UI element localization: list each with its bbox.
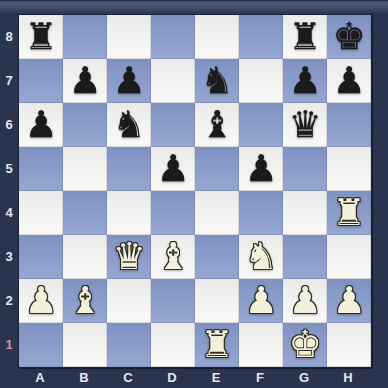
square-f7[interactable]: [239, 59, 283, 103]
board-frame-top-highlight: [0, 0, 388, 14]
piece-white-knight[interactable]: ♞: [244, 238, 277, 275]
square-c6[interactable]: ♞: [107, 103, 151, 147]
square-b8[interactable]: [63, 15, 107, 59]
piece-white-rook[interactable]: ♜: [332, 194, 365, 231]
piece-black-pawn[interactable]: ♟: [288, 62, 321, 99]
piece-black-pawn[interactable]: ♟: [244, 150, 277, 187]
square-g7[interactable]: ♟: [283, 59, 327, 103]
square-f8[interactable]: [239, 15, 283, 59]
piece-white-pawn[interactable]: ♟: [24, 282, 57, 319]
file-label-e: E: [194, 366, 238, 388]
piece-white-rook[interactable]: ♜: [200, 326, 233, 363]
piece-black-pawn[interactable]: ♟: [112, 62, 145, 99]
file-label-f: F: [238, 366, 282, 388]
square-d2[interactable]: [151, 279, 195, 323]
square-d6[interactable]: [151, 103, 195, 147]
square-h3[interactable]: [327, 235, 371, 279]
square-f4[interactable]: [239, 191, 283, 235]
square-a1[interactable]: [19, 323, 63, 367]
chess-board[interactable]: ♜♜♚♟♟♞♟♟♟♞♝♛♟♟♜♛♝♞♟♝♟♟♟♜♚: [18, 14, 372, 368]
square-h8[interactable]: ♚: [327, 15, 371, 59]
rank-label-4: 4: [0, 190, 18, 234]
piece-black-pawn[interactable]: ♟: [332, 62, 365, 99]
file-label-g: G: [282, 366, 326, 388]
square-h5[interactable]: [327, 147, 371, 191]
rank-labels: 87654321: [0, 14, 18, 366]
piece-black-knight[interactable]: ♞: [112, 106, 145, 143]
piece-black-bishop[interactable]: ♝: [200, 106, 233, 143]
square-e8[interactable]: [195, 15, 239, 59]
square-c2[interactable]: [107, 279, 151, 323]
square-g3[interactable]: [283, 235, 327, 279]
piece-white-king[interactable]: ♚: [288, 326, 321, 363]
square-g2[interactable]: ♟: [283, 279, 327, 323]
square-d5[interactable]: ♟: [151, 147, 195, 191]
square-e2[interactable]: [195, 279, 239, 323]
piece-black-knight[interactable]: ♞: [200, 62, 233, 99]
piece-black-queen[interactable]: ♛: [288, 106, 321, 143]
piece-black-rook[interactable]: ♜: [24, 18, 57, 55]
square-c1[interactable]: [107, 323, 151, 367]
square-a2[interactable]: ♟: [19, 279, 63, 323]
square-a7[interactable]: [19, 59, 63, 103]
square-h4[interactable]: ♜: [327, 191, 371, 235]
square-g4[interactable]: [283, 191, 327, 235]
square-h2[interactable]: ♟: [327, 279, 371, 323]
square-a4[interactable]: [19, 191, 63, 235]
rank-label-5: 5: [0, 146, 18, 190]
rank-label-8: 8: [0, 14, 18, 58]
square-g1[interactable]: ♚: [283, 323, 327, 367]
piece-black-rook[interactable]: ♜: [288, 18, 321, 55]
rank-label-2: 2: [0, 278, 18, 322]
chess-board-window: 87654321 ♜♜♚♟♟♞♟♟♟♞♝♛♟♟♜♛♝♞♟♝♟♟♟♜♚ ABCDE…: [0, 0, 388, 388]
square-c7[interactable]: ♟: [107, 59, 151, 103]
square-d4[interactable]: [151, 191, 195, 235]
square-f3[interactable]: ♞: [239, 235, 283, 279]
square-c5[interactable]: [107, 147, 151, 191]
file-label-d: D: [150, 366, 194, 388]
square-g8[interactable]: ♜: [283, 15, 327, 59]
piece-black-pawn[interactable]: ♟: [68, 62, 101, 99]
piece-black-pawn[interactable]: ♟: [24, 106, 57, 143]
piece-black-pawn[interactable]: ♟: [156, 150, 189, 187]
square-g5[interactable]: [283, 147, 327, 191]
piece-white-queen[interactable]: ♛: [112, 238, 145, 275]
square-f6[interactable]: [239, 103, 283, 147]
square-c3[interactable]: ♛: [107, 235, 151, 279]
square-d3[interactable]: ♝: [151, 235, 195, 279]
square-b3[interactable]: [63, 235, 107, 279]
square-e1[interactable]: ♜: [195, 323, 239, 367]
square-d7[interactable]: [151, 59, 195, 103]
square-g6[interactable]: ♛: [283, 103, 327, 147]
square-h1[interactable]: [327, 323, 371, 367]
piece-white-pawn[interactable]: ♟: [288, 282, 321, 319]
square-f5[interactable]: ♟: [239, 147, 283, 191]
square-f2[interactable]: ♟: [239, 279, 283, 323]
square-d1[interactable]: [151, 323, 195, 367]
rank-label-7: 7: [0, 58, 18, 102]
square-d8[interactable]: [151, 15, 195, 59]
square-a5[interactable]: [19, 147, 63, 191]
square-b5[interactable]: [63, 147, 107, 191]
square-a6[interactable]: ♟: [19, 103, 63, 147]
piece-white-pawn[interactable]: ♟: [332, 282, 365, 319]
square-c4[interactable]: [107, 191, 151, 235]
piece-white-pawn[interactable]: ♟: [244, 282, 277, 319]
piece-white-bishop[interactable]: ♝: [68, 282, 101, 319]
file-label-c: C: [106, 366, 150, 388]
square-a8[interactable]: ♜: [19, 15, 63, 59]
square-b1[interactable]: [63, 323, 107, 367]
square-b7[interactable]: ♟: [63, 59, 107, 103]
rank-label-1: 1: [0, 322, 18, 366]
square-e4[interactable]: [195, 191, 239, 235]
square-b2[interactable]: ♝: [63, 279, 107, 323]
rank-label-6: 6: [0, 102, 18, 146]
file-label-a: A: [18, 366, 62, 388]
square-b6[interactable]: [63, 103, 107, 147]
square-e5[interactable]: [195, 147, 239, 191]
square-b4[interactable]: [63, 191, 107, 235]
square-h6[interactable]: [327, 103, 371, 147]
square-a3[interactable]: [19, 235, 63, 279]
square-e3[interactable]: [195, 235, 239, 279]
rank-label-3: 3: [0, 234, 18, 278]
square-c8[interactable]: [107, 15, 151, 59]
file-label-b: B: [62, 366, 106, 388]
square-e7[interactable]: ♞: [195, 59, 239, 103]
square-e6[interactable]: ♝: [195, 103, 239, 147]
file-label-h: H: [326, 366, 370, 388]
piece-white-bishop[interactable]: ♝: [156, 238, 189, 275]
piece-black-king[interactable]: ♚: [332, 18, 365, 55]
square-h7[interactable]: ♟: [327, 59, 371, 103]
file-labels: ABCDEFGH: [18, 366, 370, 388]
square-f1[interactable]: [239, 323, 283, 367]
